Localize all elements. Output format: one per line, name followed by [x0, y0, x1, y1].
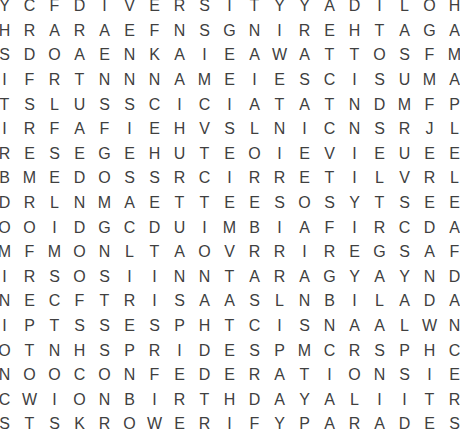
grid-cell[interactable]: N: [67, 191, 92, 216]
grid-cell[interactable]: A: [267, 363, 292, 388]
grid-cell[interactable]: N: [417, 265, 442, 290]
grid-cell[interactable]: V: [317, 142, 342, 167]
grid-cell[interactable]: T: [192, 388, 217, 413]
grid-cell[interactable]: O: [0, 338, 17, 363]
grid-cell[interactable]: S: [217, 117, 242, 142]
grid-cell[interactable]: T: [217, 265, 242, 290]
grid-cell[interactable]: L: [367, 289, 392, 314]
grid-cell[interactable]: D: [342, 0, 367, 19]
grid-cell[interactable]: B: [317, 289, 342, 314]
grid-cell[interactable]: M: [442, 43, 460, 68]
grid-cell[interactable]: F: [242, 412, 267, 436]
grid-cell[interactable]: D: [67, 0, 92, 19]
grid-cell[interactable]: E: [417, 142, 442, 167]
grid-cell[interactable]: A: [442, 68, 460, 93]
grid-cell[interactable]: U: [67, 92, 92, 117]
grid-cell[interactable]: I: [217, 166, 242, 191]
grid-cell[interactable]: H: [442, 0, 460, 19]
grid-cell[interactable]: D: [192, 363, 217, 388]
grid-cell[interactable]: S: [192, 0, 217, 19]
grid-cell[interactable]: I: [367, 0, 392, 19]
grid-cell[interactable]: I: [292, 240, 317, 265]
grid-cell[interactable]: Y: [267, 0, 292, 19]
grid-cell[interactable]: M: [0, 240, 17, 265]
grid-cell[interactable]: R: [417, 166, 442, 191]
grid-cell[interactable]: O: [42, 363, 67, 388]
grid-cell[interactable]: Y: [292, 388, 317, 413]
grid-cell[interactable]: O: [42, 43, 67, 68]
grid-cell[interactable]: L: [392, 0, 417, 19]
grid-cell[interactable]: O: [67, 265, 92, 290]
grid-cell[interactable]: M: [17, 166, 42, 191]
grid-cell[interactable]: I: [142, 265, 167, 290]
grid-cell[interactable]: E: [17, 142, 42, 167]
grid-cell[interactable]: S: [292, 68, 317, 93]
grid-cell[interactable]: D: [142, 215, 167, 240]
grid-cell[interactable]: D: [67, 215, 92, 240]
grid-cell[interactable]: S: [0, 412, 17, 436]
grid-cell[interactable]: O: [417, 0, 442, 19]
grid-cell[interactable]: S: [17, 92, 42, 117]
grid-cell[interactable]: I: [342, 289, 367, 314]
grid-cell[interactable]: D: [67, 166, 92, 191]
grid-cell[interactable]: B: [0, 166, 17, 191]
grid-cell[interactable]: S: [67, 314, 92, 339]
grid-cell[interactable]: R: [67, 19, 92, 44]
grid-cell[interactable]: I: [342, 215, 367, 240]
grid-cell[interactable]: F: [42, 0, 67, 19]
grid-cell[interactable]: O: [192, 240, 217, 265]
grid-cell[interactable]: M: [92, 191, 117, 216]
grid-cell[interactable]: E: [167, 363, 192, 388]
grid-cell[interactable]: C: [42, 289, 67, 314]
grid-cell[interactable]: A: [117, 191, 142, 216]
grid-cell[interactable]: G: [317, 265, 342, 290]
grid-cell[interactable]: I: [392, 388, 417, 413]
grid-cell[interactable]: S: [117, 92, 142, 117]
grid-cell[interactable]: E: [442, 142, 460, 167]
grid-cell[interactable]: A: [442, 289, 460, 314]
grid-cell[interactable]: R: [192, 412, 217, 436]
grid-cell[interactable]: I: [142, 289, 167, 314]
grid-cell[interactable]: I: [0, 68, 17, 93]
grid-cell[interactable]: S: [367, 338, 392, 363]
grid-cell[interactable]: I: [117, 265, 142, 290]
grid-cell[interactable]: P: [117, 338, 142, 363]
grid-cell[interactable]: A: [242, 265, 267, 290]
grid-cell[interactable]: U: [392, 68, 417, 93]
grid-cell[interactable]: N: [292, 289, 317, 314]
grid-cell[interactable]: L: [442, 166, 460, 191]
grid-cell[interactable]: N: [0, 363, 17, 388]
grid-cell[interactable]: R: [267, 265, 292, 290]
grid-cell[interactable]: A: [342, 314, 367, 339]
grid-cell[interactable]: E: [417, 412, 442, 436]
grid-cell[interactable]: C: [242, 314, 267, 339]
grid-cell[interactable]: U: [167, 215, 192, 240]
grid-cell[interactable]: R: [17, 191, 42, 216]
grid-cell[interactable]: S: [242, 289, 267, 314]
grid-cell[interactable]: E: [367, 142, 392, 167]
grid-cell[interactable]: N: [242, 19, 267, 44]
grid-cell[interactable]: A: [442, 19, 460, 44]
grid-cell[interactable]: S: [142, 166, 167, 191]
grid-cell[interactable]: E: [42, 166, 67, 191]
grid-cell[interactable]: Y: [267, 412, 292, 436]
grid-cell[interactable]: S: [167, 289, 192, 314]
grid-cell[interactable]: V: [217, 240, 242, 265]
grid-cell[interactable]: R: [167, 388, 192, 413]
grid-cell[interactable]: N: [92, 68, 117, 93]
grid-cell[interactable]: R: [367, 215, 392, 240]
grid-cell[interactable]: O: [17, 363, 42, 388]
grid-cell[interactable]: I: [292, 117, 317, 142]
grid-cell[interactable]: I: [267, 142, 292, 167]
grid-cell[interactable]: I: [192, 215, 217, 240]
grid-cell[interactable]: D: [367, 92, 392, 117]
grid-cell[interactable]: I: [367, 388, 392, 413]
grid-cell[interactable]: R: [242, 166, 267, 191]
grid-cell[interactable]: F: [417, 92, 442, 117]
grid-cell[interactable]: N: [142, 68, 167, 93]
grid-cell[interactable]: V: [117, 0, 142, 19]
grid-cell[interactable]: O: [0, 215, 17, 240]
grid-cell[interactable]: T: [267, 92, 292, 117]
grid-cell[interactable]: F: [417, 43, 442, 68]
grid-cell[interactable]: S: [367, 117, 392, 142]
grid-cell[interactable]: S: [392, 363, 417, 388]
grid-cell[interactable]: A: [367, 265, 392, 290]
grid-cell[interactable]: E: [67, 142, 92, 167]
grid-cell[interactable]: G: [92, 142, 117, 167]
grid-cell[interactable]: E: [242, 191, 267, 216]
grid-cell[interactable]: T: [192, 142, 217, 167]
grid-cell[interactable]: C: [192, 92, 217, 117]
grid-cell[interactable]: R: [292, 19, 317, 44]
grid-cell[interactable]: P: [392, 338, 417, 363]
grid-cell[interactable]: M: [192, 68, 217, 93]
grid-cell[interactable]: M: [42, 240, 67, 265]
grid-cell[interactable]: D: [392, 412, 417, 436]
grid-cell[interactable]: R: [392, 117, 417, 142]
grid-cell[interactable]: L: [242, 117, 267, 142]
grid-cell[interactable]: S: [292, 314, 317, 339]
grid-cell[interactable]: F: [142, 363, 167, 388]
grid-cell[interactable]: H: [192, 314, 217, 339]
grid-cell[interactable]: G: [92, 215, 117, 240]
grid-cell[interactable]: E: [167, 412, 192, 436]
grid-cell[interactable]: A: [167, 240, 192, 265]
grid-cell[interactable]: T: [292, 363, 317, 388]
grid-cell[interactable]: Y: [0, 0, 17, 19]
grid-cell[interactable]: I: [217, 0, 242, 19]
grid-cell[interactable]: F: [67, 289, 92, 314]
grid-cell[interactable]: T: [317, 92, 342, 117]
grid-cell[interactable]: G: [417, 19, 442, 44]
grid-cell[interactable]: E: [142, 0, 167, 19]
grid-cell[interactable]: O: [67, 388, 92, 413]
grid-cell[interactable]: D: [442, 265, 460, 290]
grid-cell[interactable]: T: [17, 412, 42, 436]
grid-cell[interactable]: R: [0, 142, 17, 167]
grid-cell[interactable]: E: [217, 43, 242, 68]
grid-cell[interactable]: T: [367, 19, 392, 44]
grid-cell[interactable]: L: [342, 388, 367, 413]
grid-cell[interactable]: C: [142, 92, 167, 117]
grid-cell[interactable]: S: [92, 338, 117, 363]
grid-cell[interactable]: S: [42, 142, 67, 167]
grid-cell[interactable]: M: [292, 338, 317, 363]
grid-cell[interactable]: O: [17, 215, 42, 240]
grid-cell[interactable]: I: [242, 68, 267, 93]
grid-cell[interactable]: S: [317, 191, 342, 216]
grid-cell[interactable]: E: [342, 240, 367, 265]
grid-cell[interactable]: I: [417, 363, 442, 388]
grid-cell[interactable]: B: [117, 388, 142, 413]
grid-cell[interactable]: R: [267, 240, 292, 265]
grid-cell[interactable]: H: [217, 388, 242, 413]
grid-cell[interactable]: I: [167, 92, 192, 117]
grid-cell[interactable]: S: [242, 338, 267, 363]
grid-cell[interactable]: N: [342, 92, 367, 117]
grid-cell[interactable]: W: [417, 314, 442, 339]
grid-cell[interactable]: K: [142, 43, 167, 68]
grid-cell[interactable]: A: [167, 68, 192, 93]
grid-cell[interactable]: A: [42, 19, 67, 44]
grid-cell[interactable]: I: [167, 338, 192, 363]
grid-cell[interactable]: Y: [292, 0, 317, 19]
grid-cell[interactable]: R: [167, 166, 192, 191]
grid-cell[interactable]: H: [417, 338, 442, 363]
grid-cell[interactable]: E: [217, 68, 242, 93]
grid-cell[interactable]: E: [292, 142, 317, 167]
grid-cell[interactable]: S: [392, 240, 417, 265]
grid-cell[interactable]: A: [392, 19, 417, 44]
grid-cell[interactable]: T: [42, 314, 67, 339]
grid-cell[interactable]: W: [142, 412, 167, 436]
grid-cell[interactable]: A: [442, 215, 460, 240]
grid-cell[interactable]: P: [17, 314, 42, 339]
grid-cell[interactable]: N: [342, 117, 367, 142]
grid-cell[interactable]: S: [267, 191, 292, 216]
grid-cell[interactable]: I: [342, 68, 367, 93]
grid-cell[interactable]: I: [217, 412, 242, 436]
grid-cell[interactable]: E: [417, 191, 442, 216]
grid-cell[interactable]: K: [67, 412, 92, 436]
grid-cell[interactable]: H: [67, 338, 92, 363]
grid-cell[interactable]: A: [367, 412, 392, 436]
grid-cell[interactable]: C: [117, 215, 142, 240]
grid-cell[interactable]: N: [42, 338, 67, 363]
grid-cell[interactable]: N: [167, 19, 192, 44]
grid-cell[interactable]: A: [167, 43, 192, 68]
grid-cell[interactable]: A: [292, 265, 317, 290]
grid-cell[interactable]: C: [0, 388, 17, 413]
grid-cell[interactable]: M: [217, 215, 242, 240]
grid-cell[interactable]: T: [242, 0, 267, 19]
grid-cell[interactable]: I: [317, 363, 342, 388]
grid-cell[interactable]: R: [42, 68, 67, 93]
grid-cell[interactable]: J: [417, 117, 442, 142]
grid-cell[interactable]: E: [442, 363, 460, 388]
grid-cell[interactable]: F: [142, 19, 167, 44]
grid-cell[interactable]: I: [267, 215, 292, 240]
grid-cell[interactable]: A: [242, 43, 267, 68]
grid-cell[interactable]: N: [192, 265, 217, 290]
grid-cell[interactable]: C: [317, 68, 342, 93]
grid-cell[interactable]: Y: [342, 265, 367, 290]
grid-cell[interactable]: A: [242, 92, 267, 117]
grid-cell[interactable]: W: [17, 388, 42, 413]
grid-cell[interactable]: I: [0, 314, 17, 339]
grid-cell[interactable]: V: [192, 117, 217, 142]
grid-cell[interactable]: I: [42, 215, 67, 240]
grid-cell[interactable]: Y: [392, 265, 417, 290]
grid-cell[interactable]: A: [67, 43, 92, 68]
grid-cell[interactable]: D: [417, 289, 442, 314]
grid-cell[interactable]: S: [92, 92, 117, 117]
grid-cell[interactable]: H: [167, 117, 192, 142]
grid-cell[interactable]: V: [392, 166, 417, 191]
grid-cell[interactable]: U: [392, 142, 417, 167]
grid-cell[interactable]: A: [317, 388, 342, 413]
grid-cell[interactable]: U: [167, 142, 192, 167]
grid-cell[interactable]: A: [192, 289, 217, 314]
grid-cell[interactable]: T: [167, 191, 192, 216]
grid-cell[interactable]: L: [367, 166, 392, 191]
grid-cell[interactable]: P: [292, 412, 317, 436]
grid-cell[interactable]: F: [92, 117, 117, 142]
grid-cell[interactable]: T: [217, 314, 242, 339]
grid-cell[interactable]: L: [442, 117, 460, 142]
grid-cell[interactable]: R: [17, 19, 42, 44]
grid-cell[interactable]: O: [117, 412, 142, 436]
grid-cell[interactable]: W: [267, 43, 292, 68]
grid-cell[interactable]: Y: [342, 191, 367, 216]
grid-cell[interactable]: T: [317, 43, 342, 68]
grid-cell[interactable]: S: [142, 314, 167, 339]
grid-cell[interactable]: T: [342, 43, 367, 68]
grid-cell[interactable]: O: [92, 166, 117, 191]
grid-cell[interactable]: N: [317, 314, 342, 339]
grid-cell[interactable]: I: [267, 314, 292, 339]
grid-cell[interactable]: R: [117, 289, 142, 314]
grid-cell[interactable]: A: [367, 314, 392, 339]
grid-cell[interactable]: A: [67, 117, 92, 142]
grid-cell[interactable]: S: [92, 314, 117, 339]
grid-cell[interactable]: A: [92, 19, 117, 44]
grid-cell[interactable]: S: [392, 43, 417, 68]
grid-cell[interactable]: A: [417, 240, 442, 265]
grid-cell[interactable]: I: [342, 166, 367, 191]
grid-cell[interactable]: O: [242, 142, 267, 167]
grid-cell[interactable]: G: [217, 19, 242, 44]
grid-cell[interactable]: P: [167, 314, 192, 339]
grid-cell[interactable]: D: [192, 338, 217, 363]
grid-cell[interactable]: E: [217, 338, 242, 363]
grid-cell[interactable]: L: [117, 240, 142, 265]
grid-cell[interactable]: D: [417, 215, 442, 240]
grid-cell[interactable]: A: [267, 388, 292, 413]
grid-cell[interactable]: R: [342, 412, 367, 436]
grid-cell[interactable]: C: [442, 338, 460, 363]
grid-cell[interactable]: T: [0, 92, 17, 117]
grid-cell[interactable]: E: [142, 191, 167, 216]
grid-cell[interactable]: T: [192, 191, 217, 216]
grid-cell[interactable]: S: [92, 265, 117, 290]
grid-cell[interactable]: I: [342, 142, 367, 167]
grid-cell[interactable]: L: [42, 191, 67, 216]
grid-cell[interactable]: I: [117, 117, 142, 142]
grid-cell[interactable]: A: [292, 215, 317, 240]
grid-cell[interactable]: T: [417, 388, 442, 413]
grid-cell[interactable]: T: [67, 68, 92, 93]
grid-cell[interactable]: A: [292, 43, 317, 68]
grid-cell[interactable]: C: [67, 363, 92, 388]
grid-cell[interactable]: E: [217, 142, 242, 167]
grid-cell[interactable]: D: [17, 43, 42, 68]
grid-cell[interactable]: O: [367, 43, 392, 68]
grid-cell[interactable]: S: [392, 191, 417, 216]
grid-cell[interactable]: I: [42, 388, 67, 413]
grid-cell[interactable]: L: [267, 289, 292, 314]
grid-cell[interactable]: R: [17, 265, 42, 290]
grid-cell[interactable]: N: [117, 68, 142, 93]
grid-cell[interactable]: C: [392, 215, 417, 240]
grid-cell[interactable]: E: [92, 43, 117, 68]
grid-cell[interactable]: I: [0, 265, 17, 290]
grid-cell[interactable]: P: [267, 338, 292, 363]
grid-cell[interactable]: E: [267, 68, 292, 93]
grid-cell[interactable]: S: [442, 412, 460, 436]
grid-cell[interactable]: S: [117, 166, 142, 191]
grid-cell[interactable]: C: [17, 0, 42, 19]
grid-cell[interactable]: L: [392, 314, 417, 339]
grid-cell[interactable]: I: [92, 0, 117, 19]
grid-cell[interactable]: T: [17, 338, 42, 363]
grid-cell[interactable]: S: [42, 265, 67, 290]
grid-cell[interactable]: O: [342, 363, 367, 388]
grid-cell[interactable]: N: [117, 363, 142, 388]
grid-cell[interactable]: T: [367, 191, 392, 216]
grid-cell[interactable]: I: [192, 43, 217, 68]
grid-cell[interactable]: H: [342, 19, 367, 44]
grid-cell[interactable]: N: [117, 43, 142, 68]
grid-cell[interactable]: E: [217, 363, 242, 388]
grid-cell[interactable]: M: [417, 68, 442, 93]
grid-cell[interactable]: I: [217, 92, 242, 117]
grid-cell[interactable]: O: [92, 363, 117, 388]
grid-cell[interactable]: H: [142, 142, 167, 167]
grid-cell[interactable]: N: [0, 289, 17, 314]
grid-cell[interactable]: F: [17, 240, 42, 265]
grid-cell[interactable]: A: [317, 0, 342, 19]
grid-cell[interactable]: L: [42, 92, 67, 117]
grid-cell[interactable]: E: [217, 191, 242, 216]
grid-cell[interactable]: N: [367, 363, 392, 388]
grid-cell[interactable]: C: [192, 166, 217, 191]
grid-cell[interactable]: S: [367, 68, 392, 93]
grid-cell[interactable]: A: [217, 289, 242, 314]
grid-cell[interactable]: R: [17, 117, 42, 142]
grid-cell[interactable]: T: [142, 240, 167, 265]
grid-cell[interactable]: D: [0, 191, 17, 216]
grid-cell[interactable]: R: [267, 166, 292, 191]
grid-cell[interactable]: G: [367, 240, 392, 265]
grid-cell[interactable]: P: [442, 92, 460, 117]
grid-cell[interactable]: E: [117, 142, 142, 167]
grid-cell[interactable]: F: [17, 68, 42, 93]
